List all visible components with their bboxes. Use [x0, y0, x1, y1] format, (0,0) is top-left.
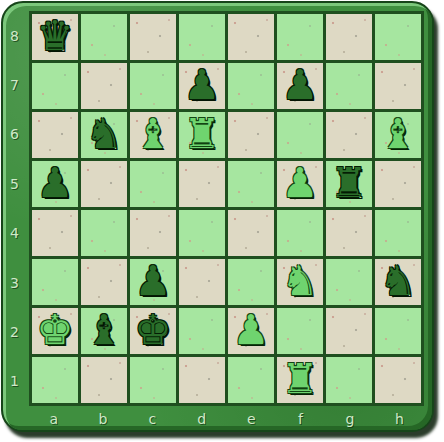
chess-board: ♛♟♟♞♝♜♝♟♟♜♟♞♞♚♝♚♟♜ [29, 11, 424, 406]
white-pawn-e2[interactable]: ♟ [233, 307, 270, 353]
white-rook-d6[interactable]: ♜ [184, 111, 221, 157]
square-c4[interactable] [130, 210, 176, 256]
square-b5[interactable] [81, 161, 127, 207]
square-e3[interactable] [228, 259, 274, 305]
black-queen-a8[interactable]: ♛ [37, 13, 74, 59]
square-d5[interactable] [179, 161, 225, 207]
square-f1[interactable]: ♜ [277, 357, 323, 403]
square-b1[interactable] [81, 357, 127, 403]
square-h6[interactable]: ♝ [375, 112, 421, 158]
square-g6[interactable] [326, 112, 372, 158]
square-h7[interactable] [375, 63, 421, 109]
square-g7[interactable] [326, 63, 372, 109]
rank-label-3: 3 [0, 258, 29, 307]
square-f2[interactable] [277, 308, 323, 354]
square-h4[interactable] [375, 210, 421, 256]
black-king-c2[interactable]: ♚ [135, 307, 172, 353]
square-e2[interactable]: ♟ [228, 308, 274, 354]
black-knight-h3[interactable]: ♞ [380, 258, 417, 304]
rank-label-8: 8 [0, 11, 29, 60]
square-c5[interactable] [130, 161, 176, 207]
rank-labels: 87654321 [0, 11, 29, 406]
square-d7[interactable]: ♟ [179, 63, 225, 109]
square-c6[interactable]: ♝ [130, 112, 176, 158]
square-d4[interactable] [179, 210, 225, 256]
square-c8[interactable] [130, 14, 176, 60]
file-label-a: a [29, 406, 78, 432]
black-rook-g5[interactable]: ♜ [331, 160, 368, 206]
square-c3[interactable]: ♟ [130, 259, 176, 305]
rank-label-7: 7 [0, 60, 29, 109]
square-a5[interactable]: ♟ [32, 161, 78, 207]
square-b3[interactable] [81, 259, 127, 305]
square-d6[interactable]: ♜ [179, 112, 225, 158]
square-f7[interactable]: ♟ [277, 63, 323, 109]
white-pawn-f5[interactable]: ♟ [282, 160, 319, 206]
square-g8[interactable] [326, 14, 372, 60]
white-bishop-h6[interactable]: ♝ [380, 111, 417, 157]
square-d3[interactable] [179, 259, 225, 305]
white-rook-f1[interactable]: ♜ [282, 356, 319, 402]
file-label-h: h [375, 406, 424, 432]
square-f8[interactable] [277, 14, 323, 60]
square-e5[interactable] [228, 161, 274, 207]
square-f4[interactable] [277, 210, 323, 256]
rank-label-2: 2 [0, 307, 29, 356]
square-a4[interactable] [32, 210, 78, 256]
square-b8[interactable] [81, 14, 127, 60]
square-f5[interactable]: ♟ [277, 161, 323, 207]
file-label-d: d [177, 406, 226, 432]
square-e8[interactable] [228, 14, 274, 60]
chess-app-window: 87654321 ♛♟♟♞♝♜♝♟♟♜♟♞♞♚♝♚♟♜ abcdefgh [0, 0, 444, 442]
square-b4[interactable] [81, 210, 127, 256]
square-e4[interactable] [228, 210, 274, 256]
file-label-c: c [128, 406, 177, 432]
black-pawn-c3[interactable]: ♟ [135, 258, 172, 304]
square-b2[interactable]: ♝ [81, 308, 127, 354]
square-f6[interactable] [277, 112, 323, 158]
square-e1[interactable] [228, 357, 274, 403]
square-g3[interactable] [326, 259, 372, 305]
square-a6[interactable] [32, 112, 78, 158]
square-a3[interactable] [32, 259, 78, 305]
square-a8[interactable]: ♛ [32, 14, 78, 60]
square-g5[interactable]: ♜ [326, 161, 372, 207]
square-c1[interactable] [130, 357, 176, 403]
file-label-b: b [78, 406, 127, 432]
file-labels: abcdefgh [29, 406, 424, 432]
white-bishop-c6[interactable]: ♝ [135, 111, 172, 157]
rank-label-4: 4 [0, 209, 29, 258]
square-g4[interactable] [326, 210, 372, 256]
square-f3[interactable]: ♞ [277, 259, 323, 305]
square-a2[interactable]: ♚ [32, 308, 78, 354]
square-d1[interactable] [179, 357, 225, 403]
square-h1[interactable] [375, 357, 421, 403]
square-e6[interactable] [228, 112, 274, 158]
black-pawn-a5[interactable]: ♟ [37, 160, 74, 206]
square-h3[interactable]: ♞ [375, 259, 421, 305]
square-d8[interactable] [179, 14, 225, 60]
square-c2[interactable]: ♚ [130, 308, 176, 354]
black-bishop-b2[interactable]: ♝ [86, 307, 123, 353]
white-knight-f3[interactable]: ♞ [282, 258, 319, 304]
white-king-a2[interactable]: ♚ [37, 307, 74, 353]
file-label-f: f [276, 406, 325, 432]
square-h2[interactable] [375, 308, 421, 354]
black-pawn-f7[interactable]: ♟ [282, 62, 319, 108]
rank-label-5: 5 [0, 159, 29, 208]
square-h8[interactable] [375, 14, 421, 60]
square-a1[interactable] [32, 357, 78, 403]
black-pawn-d7[interactable]: ♟ [184, 62, 221, 108]
square-h5[interactable] [375, 161, 421, 207]
black-knight-b6[interactable]: ♞ [86, 111, 123, 157]
square-b6[interactable]: ♞ [81, 112, 127, 158]
rank-label-1: 1 [0, 357, 29, 406]
square-d2[interactable] [179, 308, 225, 354]
square-g2[interactable] [326, 308, 372, 354]
file-label-e: e [227, 406, 276, 432]
rank-label-6: 6 [0, 110, 29, 159]
square-b7[interactable] [81, 63, 127, 109]
square-g1[interactable] [326, 357, 372, 403]
square-a7[interactable] [32, 63, 78, 109]
square-e7[interactable] [228, 63, 274, 109]
square-c7[interactable] [130, 63, 176, 109]
file-label-g: g [325, 406, 374, 432]
